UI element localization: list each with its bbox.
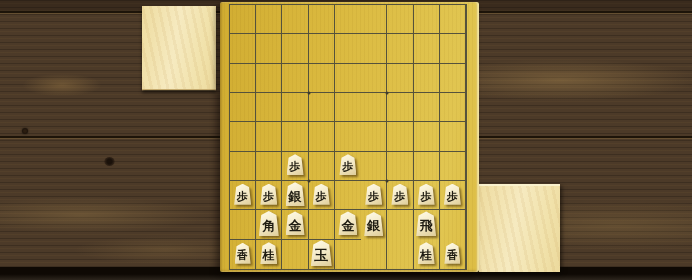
piece-kanji: 飛: [420, 219, 433, 232]
board-cell[interactable]: 歩: [230, 181, 256, 210]
board-cell[interactable]: [387, 122, 413, 151]
shogi-piece-pawn[interactable]: 歩: [260, 184, 277, 205]
piece-body: 桂: [418, 242, 435, 264]
board-cell[interactable]: [230, 5, 256, 34]
board-cell[interactable]: 金: [282, 210, 308, 239]
shogi-piece-pawn[interactable]: 歩: [365, 184, 382, 205]
screw-head: [22, 128, 28, 134]
piece-body: 香: [235, 243, 251, 264]
board-cell[interactable]: [256, 122, 282, 151]
shogi-piece-lance[interactable]: 香: [235, 243, 251, 264]
piece-body: 香: [444, 243, 460, 264]
wood-block-left: [142, 6, 216, 90]
shogi-piece-pawn[interactable]: 歩: [418, 184, 435, 205]
piece-kanji: 歩: [290, 161, 301, 172]
shogi-piece-silver[interactable]: 銀: [286, 182, 305, 206]
piece-body: 歩: [444, 184, 461, 205]
piece-body: 歩: [339, 154, 356, 175]
board-cell[interactable]: [440, 5, 466, 34]
board-cell[interactable]: [440, 210, 466, 239]
board-cell[interactable]: [335, 64, 361, 93]
piece-kanji: 歩: [421, 191, 432, 202]
piece-kanji: 歩: [316, 191, 327, 202]
piece-kanji: 歩: [394, 191, 405, 202]
piece-body: 歩: [418, 184, 435, 205]
shogi-piece-knight[interactable]: 桂: [260, 242, 277, 264]
board-cell[interactable]: [309, 34, 335, 63]
piece-body: 歩: [260, 184, 277, 205]
shogi-piece-pawn[interactable]: 歩: [287, 154, 304, 175]
star-point: [386, 92, 389, 95]
shogi-piece-king[interactable]: 玉: [311, 240, 332, 266]
shogi-piece-pawn[interactable]: 歩: [313, 184, 330, 205]
board-cell[interactable]: [282, 93, 308, 122]
piece-body: 桂: [260, 242, 277, 264]
board-cell[interactable]: [256, 93, 282, 122]
piece-kanji: 桂: [263, 249, 275, 261]
board-cell[interactable]: [230, 64, 256, 93]
board-cell[interactable]: [387, 93, 413, 122]
board-cell[interactable]: [361, 122, 387, 151]
piece-body: 飛: [416, 211, 436, 236]
board-cell[interactable]: [440, 64, 466, 93]
board-cell[interactable]: 香: [230, 240, 256, 269]
shogi-piece-silver[interactable]: 銀: [364, 212, 383, 236]
board-cell[interactable]: [282, 240, 308, 269]
board-cell[interactable]: [361, 5, 387, 34]
shogi-piece-gold[interactable]: 金: [338, 211, 357, 235]
board-grid: 歩歩歩歩銀歩歩歩歩歩角金金銀飛香桂玉桂香: [229, 4, 467, 270]
board-cell[interactable]: [387, 5, 413, 34]
board-cell[interactable]: 歩: [282, 152, 308, 181]
piece-kanji: 香: [237, 250, 248, 261]
board-cell[interactable]: [256, 5, 282, 34]
board-cell[interactable]: 歩: [335, 152, 361, 181]
board-cell[interactable]: [230, 210, 256, 239]
board-cell[interactable]: 桂: [414, 240, 440, 269]
wood-knot: [104, 157, 115, 166]
star-point: [307, 180, 310, 183]
board-cell[interactable]: [309, 122, 335, 151]
board-cell[interactable]: 歩: [440, 181, 466, 210]
board-cell[interactable]: [230, 122, 256, 151]
board-cell[interactable]: [361, 64, 387, 93]
board-cell[interactable]: [361, 93, 387, 122]
piece-kanji: 歩: [263, 191, 274, 202]
star-point: [386, 180, 389, 183]
board-cell[interactable]: [414, 152, 440, 181]
board-cell[interactable]: [335, 122, 361, 151]
board-cell[interactable]: [335, 34, 361, 63]
piece-body: 歩: [391, 184, 408, 205]
shogi-board: 歩歩歩歩銀歩歩歩歩歩角金金銀飛香桂玉桂香: [220, 2, 479, 272]
piece-body: 銀: [364, 212, 383, 236]
board-cell[interactable]: [256, 64, 282, 93]
shogi-photo-scene: 歩歩歩歩銀歩歩歩歩歩角金金銀飛香桂玉桂香: [0, 0, 692, 280]
board-cell[interactable]: [282, 122, 308, 151]
board-cell[interactable]: [361, 240, 387, 269]
board-cell[interactable]: [414, 64, 440, 93]
shogi-piece-pawn[interactable]: 歩: [339, 154, 356, 175]
star-point: [307, 92, 310, 95]
piece-kanji: 歩: [342, 161, 353, 172]
piece-kanji: 金: [289, 219, 302, 232]
shogi-piece-pawn[interactable]: 歩: [234, 184, 251, 205]
board-cell[interactable]: 桂: [256, 240, 282, 269]
piece-kanji: 銀: [367, 219, 380, 232]
shogi-piece-knight[interactable]: 桂: [418, 242, 435, 264]
board-cell[interactable]: 飛: [414, 210, 440, 239]
board-cell[interactable]: 玉: [309, 240, 335, 269]
board-cell[interactable]: [440, 122, 466, 151]
board-cell[interactable]: [282, 34, 308, 63]
piece-body: 角: [259, 211, 279, 236]
board-cell[interactable]: [335, 93, 361, 122]
piece-body: 歩: [313, 184, 330, 205]
board-cell[interactable]: 歩: [387, 181, 413, 210]
piece-kanji: 歩: [368, 191, 379, 202]
piece-body: 歩: [234, 184, 251, 205]
piece-body: 銀: [286, 182, 305, 206]
board-cell[interactable]: [230, 152, 256, 181]
shogi-piece-rook[interactable]: 飛: [416, 211, 436, 236]
board-cell[interactable]: [440, 34, 466, 63]
board-cell[interactable]: [414, 122, 440, 151]
piece-kanji: 歩: [237, 191, 248, 202]
board-cell[interactable]: [414, 93, 440, 122]
piece-kanji: 角: [262, 219, 275, 232]
board-cell[interactable]: 香: [440, 240, 466, 269]
board-cell[interactable]: [230, 93, 256, 122]
board-cell[interactable]: 角: [256, 210, 282, 239]
shogi-piece-lance[interactable]: 香: [444, 243, 460, 264]
board-cell[interactable]: [282, 5, 308, 34]
board-cell[interactable]: 銀: [361, 210, 387, 239]
board-cell[interactable]: [309, 64, 335, 93]
board-cell[interactable]: [414, 5, 440, 34]
board-cell[interactable]: [335, 181, 361, 210]
board-cell[interactable]: 銀: [282, 181, 308, 210]
piece-kanji: 歩: [447, 191, 458, 202]
board-cell[interactable]: [387, 210, 413, 239]
piece-body: 金: [286, 211, 305, 235]
wood-block-right: [479, 184, 560, 272]
board-cell[interactable]: 歩: [361, 181, 387, 210]
shogi-piece-pawn[interactable]: 歩: [391, 184, 408, 205]
board-cell[interactable]: [335, 5, 361, 34]
board-cell[interactable]: [335, 240, 361, 269]
board-cell[interactable]: [440, 152, 466, 181]
shogi-piece-gold[interactable]: 金: [286, 211, 305, 235]
board-cell[interactable]: [387, 34, 413, 63]
board-cell[interactable]: [309, 152, 335, 181]
piece-kanji: 桂: [420, 249, 432, 261]
piece-body: 歩: [365, 184, 382, 205]
board-cell[interactable]: 歩: [309, 181, 335, 210]
piece-kanji: 香: [447, 250, 458, 261]
board-cell[interactable]: [414, 34, 440, 63]
board-cell[interactable]: [256, 34, 282, 63]
board-cell[interactable]: [387, 64, 413, 93]
board-cell[interactable]: [309, 210, 335, 239]
board-cell[interactable]: [361, 152, 387, 181]
board-cell[interactable]: [309, 93, 335, 122]
board-cell[interactable]: [256, 152, 282, 181]
piece-body: 歩: [287, 154, 304, 175]
board-cell[interactable]: [440, 93, 466, 122]
shogi-piece-pawn[interactable]: 歩: [444, 184, 461, 205]
board-cell[interactable]: 歩: [414, 181, 440, 210]
piece-body: 玉: [311, 240, 332, 266]
board-cell[interactable]: 金: [335, 210, 361, 239]
piece-body: 金: [338, 211, 357, 235]
board-cell[interactable]: [387, 152, 413, 181]
board-cell[interactable]: [230, 34, 256, 63]
board-cell[interactable]: [309, 5, 335, 34]
shogi-piece-bishop[interactable]: 角: [259, 211, 279, 236]
piece-kanji: 玉: [314, 248, 328, 262]
board-cell[interactable]: 歩: [256, 181, 282, 210]
piece-kanji: 銀: [289, 190, 302, 203]
board-cell[interactable]: [387, 240, 413, 269]
piece-kanji: 金: [341, 219, 354, 232]
board-cell[interactable]: [361, 34, 387, 63]
board-cell[interactable]: [282, 64, 308, 93]
